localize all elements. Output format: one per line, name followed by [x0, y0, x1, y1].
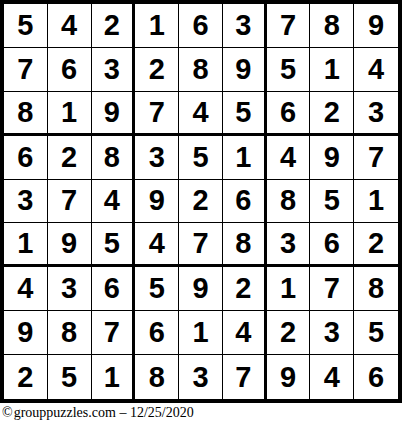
sudoku-cell: 9 [354, 4, 398, 48]
sudoku-cell: 1 [48, 92, 92, 136]
sudoku-cell: 3 [135, 136, 179, 180]
sudoku-cell: 7 [354, 136, 398, 180]
sudoku-cell: 6 [48, 48, 92, 92]
sudoku-cell: 9 [4, 311, 48, 355]
sudoku-cell: 1 [223, 136, 267, 180]
sudoku-cell: 5 [223, 92, 267, 136]
sudoku-cell: 3 [48, 267, 92, 311]
sudoku-cell: 7 [92, 311, 136, 355]
sudoku-cell: 1 [310, 48, 354, 92]
sudoku-cell: 5 [48, 355, 92, 399]
sudoku-cell: 8 [223, 223, 267, 267]
sudoku-cell: 3 [223, 4, 267, 48]
sudoku-cell: 5 [92, 223, 136, 267]
sudoku-cell: 5 [354, 311, 398, 355]
sudoku-cell: 2 [354, 223, 398, 267]
sudoku-cell: 4 [267, 136, 311, 180]
sudoku-cell: 1 [267, 267, 311, 311]
sudoku-cell: 4 [4, 267, 48, 311]
sudoku-cell: 6 [223, 180, 267, 224]
sudoku-cell: 8 [179, 48, 223, 92]
sudoku-cell: 7 [223, 355, 267, 399]
sudoku-board: 5421637897632895148197456236283514973749… [0, 0, 402, 403]
sudoku-cell: 8 [92, 136, 136, 180]
sudoku-cell: 2 [223, 267, 267, 311]
sudoku-cell: 5 [4, 4, 48, 48]
sudoku-cell: 4 [92, 180, 136, 224]
sudoku-cell: 2 [135, 48, 179, 92]
sudoku-cell: 6 [354, 355, 398, 399]
sudoku-cell: 4 [223, 311, 267, 355]
sudoku-cell: 1 [354, 180, 398, 224]
sudoku-cell: 4 [135, 223, 179, 267]
sudoku-cell: 2 [4, 355, 48, 399]
sudoku-cell: 6 [4, 136, 48, 180]
sudoku-cell: 3 [310, 311, 354, 355]
sudoku-cell: 8 [48, 311, 92, 355]
sudoku-cell: 9 [310, 136, 354, 180]
sudoku-cell: 2 [310, 92, 354, 136]
sudoku-cell: 4 [354, 48, 398, 92]
sudoku-cell: 7 [135, 92, 179, 136]
sudoku-cell: 3 [4, 180, 48, 224]
sudoku-cell: 2 [267, 311, 311, 355]
sudoku-cell: 6 [310, 223, 354, 267]
copyright-symbol: © [2, 405, 13, 420]
sudoku-cell: 9 [92, 92, 136, 136]
sudoku-cell: 8 [135, 355, 179, 399]
sudoku-cell: 8 [354, 267, 398, 311]
sudoku-cell: 3 [179, 355, 223, 399]
sudoku-cell: 8 [310, 4, 354, 48]
sudoku-cell: 6 [179, 4, 223, 48]
copyright-text: grouppuzzles.com – 12/25/2020 [14, 405, 194, 420]
sudoku-cell: 8 [267, 180, 311, 224]
sudoku-cell: 3 [92, 48, 136, 92]
sudoku-cell: 1 [4, 223, 48, 267]
sudoku-cell: 6 [135, 311, 179, 355]
sudoku-cell: 7 [4, 48, 48, 92]
sudoku-cell: 3 [354, 92, 398, 136]
sudoku-cell: 7 [310, 267, 354, 311]
sudoku-cell: 6 [267, 92, 311, 136]
sudoku-cell: 9 [48, 223, 92, 267]
sudoku-cell: 9 [179, 267, 223, 311]
sudoku-cell: 5 [310, 180, 354, 224]
sudoku-cell: 3 [267, 223, 311, 267]
sudoku-cell: 2 [92, 4, 136, 48]
sudoku-page: 5421637897632895148197456236283514973749… [0, 0, 402, 424]
sudoku-cell: 5 [135, 267, 179, 311]
sudoku-cell: 1 [92, 355, 136, 399]
sudoku-cell: 5 [267, 48, 311, 92]
sudoku-cell: 5 [179, 136, 223, 180]
sudoku-cell: 2 [179, 180, 223, 224]
sudoku-cell: 4 [48, 4, 92, 48]
sudoku-cell: 9 [223, 48, 267, 92]
sudoku-cell: 7 [267, 4, 311, 48]
sudoku-cell: 2 [48, 136, 92, 180]
sudoku-cell: 7 [48, 180, 92, 224]
sudoku-cell: 8 [4, 92, 48, 136]
sudoku-cell: 7 [179, 223, 223, 267]
sudoku-cell: 4 [310, 355, 354, 399]
sudoku-cell: 4 [179, 92, 223, 136]
sudoku-cell: 6 [92, 267, 136, 311]
sudoku-cell: 9 [135, 180, 179, 224]
sudoku-cell: 1 [179, 311, 223, 355]
sudoku-cell: 1 [135, 4, 179, 48]
copyright-line: ©grouppuzzles.com – 12/25/2020 [2, 405, 194, 422]
sudoku-cell: 9 [267, 355, 311, 399]
